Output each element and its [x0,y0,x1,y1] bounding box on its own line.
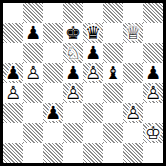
chess-board-frame: ♟♚♛♕♘♟♟♙♟♙♝♟♙♙♙♟♙♔ [0,0,166,166]
square-h3[interactable] [143,103,163,123]
square-b1[interactable] [23,143,43,163]
square-e3[interactable] [83,103,103,123]
square-a3[interactable] [3,103,23,123]
white-queen-piece: ♕ [123,23,143,43]
square-d5[interactable]: ♟ [63,63,83,83]
black-pawn-piece: ♟ [43,103,63,123]
square-c5[interactable] [43,63,63,83]
square-d1[interactable] [63,143,83,163]
square-g6[interactable] [123,43,143,63]
square-e6[interactable]: ♟ [83,43,103,63]
square-d2[interactable] [63,123,83,143]
square-c1[interactable] [43,143,63,163]
square-h5[interactable]: ♟ [143,63,163,83]
white-pawn-piece: ♙ [23,63,43,83]
square-b4[interactable] [23,83,43,103]
square-g5[interactable] [123,63,143,83]
square-h1[interactable] [143,143,163,163]
square-e2[interactable] [83,123,103,143]
square-c3[interactable]: ♟ [43,103,63,123]
white-pawn-piece: ♙ [123,103,143,123]
square-a4[interactable]: ♙ [3,83,23,103]
black-queen-piece: ♛ [83,23,103,43]
square-a7[interactable] [3,23,23,43]
square-h7[interactable] [143,23,163,43]
white-knight-piece: ♘ [63,43,83,63]
square-h8[interactable] [143,3,163,23]
square-a5[interactable]: ♟ [3,63,23,83]
square-f3[interactable] [103,103,123,123]
black-pawn-piece: ♟ [143,63,163,83]
square-d6[interactable]: ♘ [63,43,83,63]
white-pawn-piece: ♙ [63,83,83,103]
square-e7[interactable]: ♛ [83,23,103,43]
square-f5[interactable]: ♝ [103,63,123,83]
square-e1[interactable] [83,143,103,163]
black-bishop-piece: ♝ [103,63,123,83]
square-b6[interactable] [23,43,43,63]
square-g8[interactable] [123,3,143,23]
square-b5[interactable]: ♙ [23,63,43,83]
black-pawn-piece: ♟ [23,23,43,43]
square-g3[interactable]: ♙ [123,103,143,123]
square-b2[interactable] [23,123,43,143]
square-f1[interactable] [103,143,123,163]
square-e8[interactable] [83,3,103,23]
square-c7[interactable] [43,23,63,43]
square-a8[interactable] [3,3,23,23]
square-h2[interactable]: ♔ [143,123,163,143]
square-b7[interactable]: ♟ [23,23,43,43]
square-g7[interactable]: ♕ [123,23,143,43]
square-d3[interactable] [63,103,83,123]
square-c8[interactable] [43,3,63,23]
square-h6[interactable] [143,43,163,63]
square-h4[interactable]: ♙ [143,83,163,103]
square-a1[interactable] [3,143,23,163]
square-g4[interactable] [123,83,143,103]
square-f8[interactable] [103,3,123,23]
white-king-piece: ♔ [143,123,163,143]
square-a2[interactable] [3,123,23,143]
square-f7[interactable] [103,23,123,43]
square-a6[interactable] [3,43,23,63]
white-pawn-piece: ♙ [143,83,163,103]
square-d8[interactable] [63,3,83,23]
square-d4[interactable]: ♙ [63,83,83,103]
square-e5[interactable]: ♙ [83,63,103,83]
white-pawn-piece: ♙ [83,63,103,83]
black-pawn-piece: ♟ [3,63,23,83]
square-c4[interactable] [43,83,63,103]
square-g2[interactable] [123,123,143,143]
black-king-piece: ♚ [63,23,83,43]
square-f4[interactable] [103,83,123,103]
square-c2[interactable] [43,123,63,143]
black-pawn-piece: ♟ [83,43,103,63]
square-f6[interactable] [103,43,123,63]
square-e4[interactable] [83,83,103,103]
black-pawn-piece: ♟ [63,63,83,83]
white-pawn-piece: ♙ [3,83,23,103]
chess-board: ♟♚♛♕♘♟♟♙♟♙♝♟♙♙♙♟♙♔ [3,3,163,163]
square-f2[interactable] [103,123,123,143]
square-b3[interactable] [23,103,43,123]
square-g1[interactable] [123,143,143,163]
square-b8[interactable] [23,3,43,23]
square-c6[interactable] [43,43,63,63]
square-d7[interactable]: ♚ [63,23,83,43]
